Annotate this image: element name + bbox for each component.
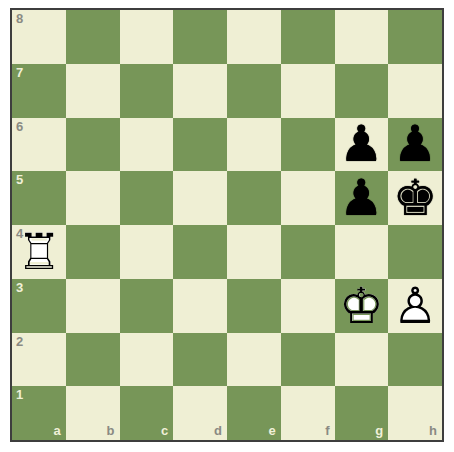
square-f5[interactable] xyxy=(281,171,335,225)
square-a7[interactable]: 7 xyxy=(12,64,66,118)
square-f2[interactable] xyxy=(281,333,335,387)
square-c3[interactable] xyxy=(120,279,174,333)
file-label-e: e xyxy=(269,423,276,439)
rank-label-5: 5 xyxy=(16,172,23,188)
black-king-h5[interactable]: ♚ xyxy=(388,171,442,225)
white-king-g3[interactable]: ♚♔ xyxy=(335,279,389,333)
square-b4[interactable] xyxy=(66,225,120,279)
file-label-h: h xyxy=(429,423,437,439)
rank-label-2: 2 xyxy=(16,334,23,350)
square-h3[interactable]: ♟♙ xyxy=(388,279,442,333)
square-g7[interactable] xyxy=(335,64,389,118)
square-e4[interactable] xyxy=(227,225,281,279)
rank-label-3: 3 xyxy=(16,280,23,296)
square-e7[interactable] xyxy=(227,64,281,118)
square-g5[interactable]: ♟ xyxy=(335,171,389,225)
square-a5[interactable]: 5 xyxy=(12,171,66,225)
square-g1[interactable]: g xyxy=(335,386,389,440)
square-c8[interactable] xyxy=(120,10,174,64)
square-b1[interactable]: b xyxy=(66,386,120,440)
file-label-f: f xyxy=(325,423,329,439)
square-d2[interactable] xyxy=(173,333,227,387)
square-b6[interactable] xyxy=(66,118,120,172)
square-c5[interactable] xyxy=(120,171,174,225)
black-pawn-glyph: ♟ xyxy=(335,171,389,225)
black-pawn-g5[interactable]: ♟ xyxy=(335,171,389,225)
black-king-glyph: ♚ xyxy=(388,171,442,225)
white-pawn-h3[interactable]: ♟♙ xyxy=(388,279,442,333)
square-d6[interactable] xyxy=(173,118,227,172)
file-label-a: a xyxy=(54,423,61,439)
square-g3[interactable]: ♚♔ xyxy=(335,279,389,333)
black-pawn-glyph: ♟ xyxy=(388,118,442,172)
square-d4[interactable] xyxy=(173,225,227,279)
rank-label-8: 8 xyxy=(16,11,23,27)
rank-label-7: 7 xyxy=(16,65,23,81)
square-a6[interactable]: 6 xyxy=(12,118,66,172)
square-d3[interactable] xyxy=(173,279,227,333)
file-label-c: c xyxy=(161,423,168,439)
white-king-outline: ♔ xyxy=(335,279,389,333)
white-pawn-outline: ♙ xyxy=(388,279,442,333)
black-pawn-glyph: ♟ xyxy=(335,118,389,172)
black-pawn-h6[interactable]: ♟ xyxy=(388,118,442,172)
square-h6[interactable]: ♟ xyxy=(388,118,442,172)
square-h7[interactable] xyxy=(388,64,442,118)
square-e1[interactable]: e xyxy=(227,386,281,440)
white-rook-a4[interactable]: ♜♖ xyxy=(12,225,66,279)
chess-board: 876♟♟5♟♚4♜♖3♚♔♟♙21abcdefgh xyxy=(10,8,444,442)
square-f1[interactable]: f xyxy=(281,386,335,440)
square-e2[interactable] xyxy=(227,333,281,387)
square-d8[interactable] xyxy=(173,10,227,64)
square-f4[interactable] xyxy=(281,225,335,279)
square-g2[interactable] xyxy=(335,333,389,387)
square-d7[interactable] xyxy=(173,64,227,118)
rank-label-6: 6 xyxy=(16,119,23,135)
square-f3[interactable] xyxy=(281,279,335,333)
white-rook-outline: ♖ xyxy=(12,225,66,279)
square-h1[interactable]: h xyxy=(388,386,442,440)
rank-label-1: 1 xyxy=(16,387,23,403)
square-d5[interactable] xyxy=(173,171,227,225)
square-b3[interactable] xyxy=(66,279,120,333)
square-e3[interactable] xyxy=(227,279,281,333)
square-g4[interactable] xyxy=(335,225,389,279)
file-label-g: g xyxy=(375,423,383,439)
square-f7[interactable] xyxy=(281,64,335,118)
square-g8[interactable] xyxy=(335,10,389,64)
square-a8[interactable]: 8 xyxy=(12,10,66,64)
square-h4[interactable] xyxy=(388,225,442,279)
black-pawn-g6[interactable]: ♟ xyxy=(335,118,389,172)
square-g6[interactable]: ♟ xyxy=(335,118,389,172)
square-b2[interactable] xyxy=(66,333,120,387)
square-c1[interactable]: c xyxy=(120,386,174,440)
square-b7[interactable] xyxy=(66,64,120,118)
square-e5[interactable] xyxy=(227,171,281,225)
square-d1[interactable]: d xyxy=(173,386,227,440)
square-a1[interactable]: 1a xyxy=(12,386,66,440)
file-label-d: d xyxy=(214,423,222,439)
square-b5[interactable] xyxy=(66,171,120,225)
square-h5[interactable]: ♚ xyxy=(388,171,442,225)
square-h2[interactable] xyxy=(388,333,442,387)
square-c4[interactable] xyxy=(120,225,174,279)
square-e8[interactable] xyxy=(227,10,281,64)
square-a2[interactable]: 2 xyxy=(12,333,66,387)
square-c6[interactable] xyxy=(120,118,174,172)
square-c7[interactable] xyxy=(120,64,174,118)
square-f8[interactable] xyxy=(281,10,335,64)
square-h8[interactable] xyxy=(388,10,442,64)
square-f6[interactable] xyxy=(281,118,335,172)
square-b8[interactable] xyxy=(66,10,120,64)
square-a3[interactable]: 3 xyxy=(12,279,66,333)
file-label-b: b xyxy=(107,423,115,439)
square-c2[interactable] xyxy=(120,333,174,387)
square-e6[interactable] xyxy=(227,118,281,172)
square-a4[interactable]: 4♜♖ xyxy=(12,225,66,279)
